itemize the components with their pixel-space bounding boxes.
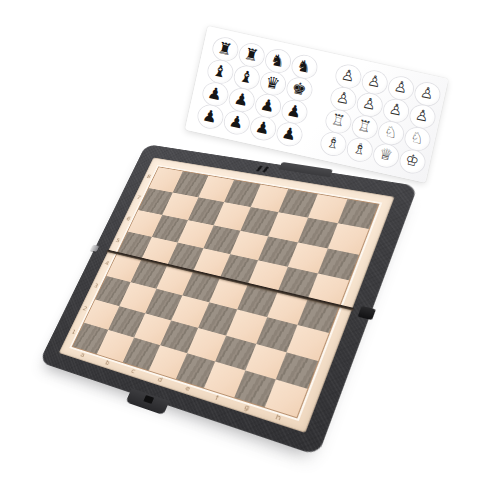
sticker-white-queen-icon[interactable]: ♕ xyxy=(372,142,400,169)
sticker-white-rook-icon[interactable]: ♖ xyxy=(350,113,378,140)
sticker-black-pawn-icon[interactable]: ♟ xyxy=(196,103,224,130)
hinge-marks-icon xyxy=(256,165,268,172)
sticker-white-knight-icon[interactable]: ♘ xyxy=(403,125,431,152)
sticker-white-rook-icon[interactable]: ♖ xyxy=(324,108,352,135)
sticker-white-pawn-icon[interactable]: ♙ xyxy=(382,97,410,124)
sticker-black-pawn-icon[interactable]: ♟ xyxy=(249,114,277,141)
sticker-white-pawn-icon[interactable]: ♙ xyxy=(413,80,441,107)
sticker-black-pawn-icon[interactable]: ♟ xyxy=(275,120,303,147)
sticker-white-bishop-icon[interactable]: ♗ xyxy=(319,130,347,157)
fold-clip-icon xyxy=(358,306,376,320)
sticker-black-bishop-icon[interactable]: ♝ xyxy=(206,58,234,85)
sticker-black-rook-icon[interactable]: ♜ xyxy=(211,35,239,62)
white-pieces-half: ♙♙♙♙♙♙♙♙♖♖♘♘♗♗♕♔ xyxy=(317,62,442,175)
sticker-white-pawn-icon[interactable]: ♙ xyxy=(355,91,383,118)
sticker-white-pawn-icon[interactable]: ♙ xyxy=(408,103,436,130)
checker-grid xyxy=(73,167,379,417)
sticker-white-pawn-icon[interactable]: ♙ xyxy=(329,85,357,112)
bottom-latch[interactable] xyxy=(126,388,170,415)
top-closure-tab xyxy=(279,162,333,177)
product-photo-scene: ♜♜♞♞♝♝♛♚♟♟♟♟♟♟♟♟ ♙♙♙♙♙♙♙♙♖♖♘♘♗♗♕♔ 876543… xyxy=(0,0,500,500)
chess-board: 87654321 abcdefgh xyxy=(39,144,418,456)
sticker-black-bishop-icon[interactable]: ♝ xyxy=(232,64,260,91)
sticker-white-king-icon[interactable]: ♔ xyxy=(398,148,426,175)
sticker-black-pawn-icon[interactable]: ♟ xyxy=(280,98,308,125)
sticker-white-pawn-icon[interactable]: ♙ xyxy=(334,63,362,90)
sticker-black-knight-icon[interactable]: ♞ xyxy=(290,53,318,80)
sticker-black-pawn-icon[interactable]: ♟ xyxy=(227,86,255,113)
sticker-black-queen-icon[interactable]: ♛ xyxy=(259,70,287,97)
sticker-black-pawn-icon[interactable]: ♟ xyxy=(254,92,282,119)
sticker-black-pawn-icon[interactable]: ♟ xyxy=(222,109,250,136)
sticker-black-rook-icon[interactable]: ♜ xyxy=(237,41,265,68)
sticker-white-pawn-icon[interactable]: ♙ xyxy=(360,68,388,95)
sticker-black-king-icon[interactable]: ♚ xyxy=(285,75,313,102)
sticker-white-knight-icon[interactable]: ♘ xyxy=(377,119,405,146)
black-pieces-half: ♜♜♞♞♝♝♛♚♟♟♟♟♟♟♟♟ xyxy=(194,35,319,148)
sticker-white-bishop-icon[interactable]: ♗ xyxy=(345,136,373,163)
board-face: 87654321 abcdefgh xyxy=(59,157,395,432)
hinge-pin-icon xyxy=(90,245,99,252)
sticker-black-pawn-icon[interactable]: ♟ xyxy=(201,80,229,107)
sticker-black-knight-icon[interactable]: ♞ xyxy=(264,47,292,74)
sticker-white-pawn-icon[interactable]: ♙ xyxy=(387,74,415,101)
